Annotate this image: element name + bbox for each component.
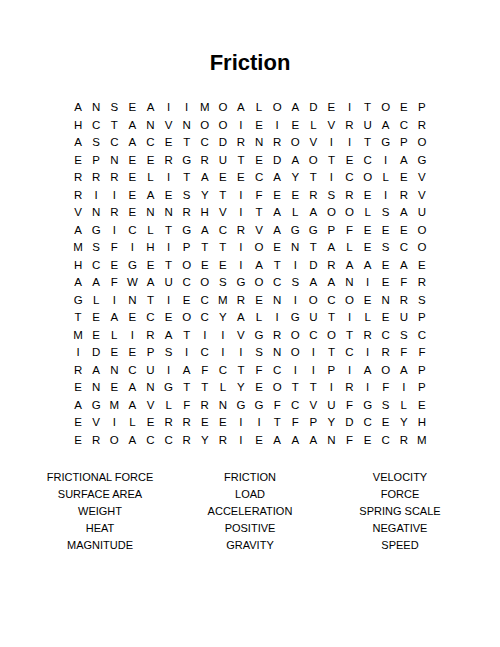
grid-cell: A	[87, 274, 105, 292]
grid-cell: N	[250, 134, 268, 152]
grid-cell: P	[141, 344, 159, 362]
grid-cell: Y	[232, 379, 250, 397]
grid-cell: R	[141, 327, 159, 345]
grid-cell: A	[395, 257, 413, 275]
grid-cell: P	[395, 134, 413, 152]
grid-cell: A	[69, 397, 87, 415]
grid-cell: I	[377, 152, 395, 170]
grid-cell: A	[123, 397, 141, 415]
grid-cell: G	[286, 222, 304, 240]
grid-cell: A	[123, 117, 141, 135]
grid-cell: G	[413, 152, 431, 170]
grid-cell: I	[232, 414, 250, 432]
grid-cell: R	[105, 204, 123, 222]
grid-cell: A	[359, 362, 377, 380]
grid-cell: A	[268, 432, 286, 450]
grid-cell: A	[395, 152, 413, 170]
grid-cell: A	[286, 432, 304, 450]
grid-cell: M	[69, 239, 87, 257]
grid-cell: E	[250, 117, 268, 135]
grid-cell: I	[340, 362, 358, 380]
grid-cell: F	[178, 397, 196, 415]
grid-cell: L	[160, 397, 178, 415]
grid-cell: M	[413, 432, 431, 450]
grid-cell: T	[250, 204, 268, 222]
grid-cell: E	[268, 239, 286, 257]
grid-cell: E	[395, 222, 413, 240]
grid-cell: R	[232, 222, 250, 240]
grid-cell: F	[340, 397, 358, 415]
grid-cell: R	[232, 134, 250, 152]
grid-cell: A	[69, 99, 87, 117]
grid-cell: Y	[196, 187, 214, 205]
grid-cell: E	[359, 432, 377, 450]
grid-cell: H	[413, 414, 431, 432]
grid-cell: S	[377, 239, 395, 257]
grid-cell: S	[250, 344, 268, 362]
grid-cell: E	[196, 414, 214, 432]
grid-cell: P	[322, 222, 340, 240]
grid-cell: S	[105, 99, 123, 117]
grid-cell: N	[105, 362, 123, 380]
grid-cell: U	[160, 274, 178, 292]
grid-cell: L	[250, 99, 268, 117]
grid-cell: T	[141, 292, 159, 310]
grid-cell: I	[178, 344, 196, 362]
grid-cell: A	[141, 187, 159, 205]
grid-cell: C	[196, 309, 214, 327]
grid-cell: E	[123, 152, 141, 170]
grid-cell: T	[105, 117, 123, 135]
grid-cell: I	[359, 379, 377, 397]
grid-cell: E	[377, 309, 395, 327]
grid-cell: A	[322, 239, 340, 257]
grid-cell: C	[87, 257, 105, 275]
grid-cell: E	[377, 257, 395, 275]
grid-cell: F	[286, 414, 304, 432]
grid-cell: E	[160, 134, 178, 152]
grid-cell: V	[69, 204, 87, 222]
grid-cell: T	[322, 309, 340, 327]
grid-cell: I	[232, 239, 250, 257]
grid-cell: E	[359, 222, 377, 240]
grid-cell: A	[141, 274, 159, 292]
grid-cell: F	[413, 344, 431, 362]
grid-cell: Y	[322, 414, 340, 432]
grid-cell: F	[268, 397, 286, 415]
grid-cell: G	[304, 222, 322, 240]
grid-cell: S	[214, 274, 232, 292]
grid-cell: W	[123, 274, 141, 292]
grid-cell: V	[413, 187, 431, 205]
grid-cell: I	[359, 274, 377, 292]
grid-cell: O	[359, 169, 377, 187]
grid-cell: R	[232, 292, 250, 310]
grid-cell: E	[87, 327, 105, 345]
grid-cell: M	[214, 292, 232, 310]
grid-cell: N	[141, 379, 159, 397]
grid-cell: O	[178, 309, 196, 327]
grid-cell: O	[196, 117, 214, 135]
grid-cell: I	[359, 344, 377, 362]
grid-cell: C	[87, 117, 105, 135]
grid-cell: N	[123, 292, 141, 310]
grid-cell: S	[160, 344, 178, 362]
word-column: FRICTIONLOADACCELERATIONPOSITIVEGRAVITY	[175, 469, 325, 554]
grid-cell: G	[286, 309, 304, 327]
grid-cell: I	[395, 379, 413, 397]
grid-cell: R	[340, 117, 358, 135]
grid-cell: L	[286, 204, 304, 222]
grid-cell: D	[304, 257, 322, 275]
grid-cell: E	[105, 257, 123, 275]
grid-cell: I	[196, 327, 214, 345]
grid-cell: F	[340, 222, 358, 240]
grid-cell: E	[413, 257, 431, 275]
grid-cell: T	[232, 152, 250, 170]
grid-cell: R	[196, 397, 214, 415]
grid-cell: P	[413, 99, 431, 117]
grid-cell: C	[141, 432, 159, 450]
grid-cell: U	[141, 362, 159, 380]
grid-cell: N	[105, 152, 123, 170]
grid-cell: I	[214, 344, 232, 362]
grid-cell: C	[196, 134, 214, 152]
grid-cell: C	[413, 327, 431, 345]
word-item: MAGNITUDE	[67, 537, 133, 554]
grid-cell: I	[123, 327, 141, 345]
grid-cell: T	[304, 169, 322, 187]
grid-cell: L	[340, 239, 358, 257]
grid-cell: I	[160, 292, 178, 310]
grid-cell: G	[160, 379, 178, 397]
grid-cell: C	[160, 432, 178, 450]
grid-cell: V	[141, 397, 159, 415]
grid-cell: E	[123, 309, 141, 327]
grid-cell: I	[268, 309, 286, 327]
word-item: FRICTION	[224, 469, 276, 486]
grid-cell: C	[141, 134, 159, 152]
grid-cell: T	[304, 239, 322, 257]
grid-cell: C	[141, 309, 159, 327]
grid-cell: V	[322, 117, 340, 135]
grid-cell: O	[286, 327, 304, 345]
grid-cell: U	[413, 204, 431, 222]
grid-cell: L	[359, 309, 377, 327]
grid-cell: E	[214, 257, 232, 275]
page-title: Friction	[0, 50, 500, 76]
grid-cell: A	[160, 327, 178, 345]
grid-cell: A	[359, 257, 377, 275]
word-item: ACCELERATION	[208, 503, 293, 520]
grid-cell: O	[413, 239, 431, 257]
grid-cell: R	[413, 274, 431, 292]
grid-cell: G	[178, 152, 196, 170]
grid-cell: V	[160, 117, 178, 135]
grid-cell: O	[250, 274, 268, 292]
grid-cell: C	[322, 292, 340, 310]
grid-cell: R	[377, 344, 395, 362]
grid-cell: E	[359, 187, 377, 205]
grid-cell: I	[105, 222, 123, 240]
word-search-worksheet: Friction ANSEAIIMOALOADEITOEPHCTANVNOOIE…	[0, 0, 500, 647]
grid-cell: I	[322, 379, 340, 397]
grid-cell: E	[123, 187, 141, 205]
grid-cell: I	[232, 117, 250, 135]
grid-cell: C	[395, 239, 413, 257]
grid-cell: L	[377, 169, 395, 187]
grid-cell: E	[359, 239, 377, 257]
grid-cell: O	[286, 134, 304, 152]
grid-cell: O	[304, 292, 322, 310]
grid-cell: T	[322, 152, 340, 170]
grid-cell: E	[141, 257, 159, 275]
word-item: SPRING SCALE	[359, 503, 440, 520]
grid-cell: F	[340, 432, 358, 450]
grid-cell: T	[160, 257, 178, 275]
grid-cell: I	[123, 239, 141, 257]
grid-cell: R	[196, 152, 214, 170]
grid-cell: M	[69, 327, 87, 345]
grid-cell: T	[268, 414, 286, 432]
grid-cell: R	[214, 432, 232, 450]
grid-cell: R	[395, 187, 413, 205]
grid-cell: I	[304, 344, 322, 362]
word-item: FORCE	[381, 486, 420, 503]
grid-cell: O	[105, 432, 123, 450]
grid-cell: Y	[286, 169, 304, 187]
grid-cell: T	[214, 239, 232, 257]
grid-cell: E	[214, 169, 232, 187]
grid-cell: A	[178, 362, 196, 380]
grid-cell: E	[123, 204, 141, 222]
grid-cell: A	[123, 432, 141, 450]
grid-cell: O	[377, 362, 395, 380]
grid-cell: T	[178, 379, 196, 397]
grid-cell: G	[123, 257, 141, 275]
grid-cell: I	[232, 187, 250, 205]
grid-cell: I	[105, 292, 123, 310]
grid-cell: F	[395, 274, 413, 292]
grid-cell: F	[105, 274, 123, 292]
grid-cell: C	[340, 344, 358, 362]
grid-cell: N	[87, 379, 105, 397]
grid-cell: T	[196, 239, 214, 257]
grid-cell: S	[377, 397, 395, 415]
grid-cell: V	[413, 169, 431, 187]
grid-cell: A	[395, 204, 413, 222]
grid-cell: C	[123, 222, 141, 240]
grid-cell: L	[141, 169, 159, 187]
grid-cell: E	[286, 187, 304, 205]
grid-cell: L	[304, 117, 322, 135]
grid-cell: S	[178, 187, 196, 205]
grid-cell: E	[69, 152, 87, 170]
grid-cell: G	[87, 222, 105, 240]
word-bank: FRICTIONAL FORCESURFACE AREAWEIGHTHEATMA…	[25, 469, 475, 554]
grid-cell: S	[413, 292, 431, 310]
grid-cell: E	[268, 187, 286, 205]
grid-cell: A	[340, 257, 358, 275]
grid-cell: T	[322, 344, 340, 362]
grid-cell: N	[268, 292, 286, 310]
grid-cell: Y	[196, 432, 214, 450]
grid-cell: R	[340, 379, 358, 397]
grid-cell: E	[232, 169, 250, 187]
grid-cell: C	[268, 274, 286, 292]
grid-cell: C	[377, 432, 395, 450]
grid-cell: G	[87, 397, 105, 415]
letter-grid: ANSEAIIMOALOADEITOEPHCTANVNOOIEIELVRUACR…	[69, 99, 431, 449]
grid-cell: A	[232, 99, 250, 117]
grid-cell: T	[214, 187, 232, 205]
grid-cell: N	[141, 117, 159, 135]
grid-cell: T	[268, 257, 286, 275]
grid-cell: F	[196, 362, 214, 380]
grid-cell: R	[178, 414, 196, 432]
grid-cell: R	[395, 432, 413, 450]
grid-cell: I	[232, 204, 250, 222]
grid-cell: N	[322, 432, 340, 450]
grid-cell: I	[250, 414, 268, 432]
grid-cell: A	[395, 362, 413, 380]
grid-cell: A	[304, 204, 322, 222]
grid-cell: T	[304, 379, 322, 397]
grid-cell: E	[141, 414, 159, 432]
grid-cell: A	[268, 222, 286, 240]
grid-cell: O	[322, 204, 340, 222]
word-item: HEAT	[86, 520, 115, 537]
grid-cell: C	[214, 222, 232, 240]
grid-cell: I	[377, 187, 395, 205]
grid-cell: R	[395, 292, 413, 310]
grid-cell: O	[214, 117, 232, 135]
grid-cell: N	[286, 239, 304, 257]
grid-cell: P	[413, 379, 431, 397]
grid-cell: U	[395, 309, 413, 327]
grid-cell: C	[268, 362, 286, 380]
grid-cell: C	[304, 327, 322, 345]
grid-cell: E	[69, 379, 87, 397]
grid-cell: T	[69, 309, 87, 327]
grid-cell: Y	[214, 309, 232, 327]
grid-cell: L	[214, 379, 232, 397]
word-item: POSITIVE	[225, 520, 276, 537]
grid-cell: N	[178, 117, 196, 135]
grid-cell: H	[69, 117, 87, 135]
grid-cell: N	[87, 99, 105, 117]
grid-cell: U	[359, 117, 377, 135]
grid-cell: F	[377, 379, 395, 397]
grid-cell: N	[268, 344, 286, 362]
grid-cell: A	[196, 169, 214, 187]
grid-cell: S	[87, 239, 105, 257]
grid-cell: C	[359, 152, 377, 170]
grid-cell: E	[377, 274, 395, 292]
grid-cell: A	[123, 379, 141, 397]
grid-cell: R	[340, 187, 358, 205]
grid-cell: S	[322, 187, 340, 205]
grid-cell: R	[160, 414, 178, 432]
grid-cell: P	[322, 362, 340, 380]
grid-cell: C	[395, 117, 413, 135]
grid-cell: O	[250, 239, 268, 257]
grid-cell: E	[377, 414, 395, 432]
grid-cell: E	[395, 99, 413, 117]
grid-cell: C	[250, 169, 268, 187]
grid-cell: A	[69, 274, 87, 292]
grid-cell: L	[395, 397, 413, 415]
grid-cell: T	[196, 379, 214, 397]
grid-cell: I	[322, 134, 340, 152]
grid-cell: G	[359, 397, 377, 415]
grid-cell: I	[69, 344, 87, 362]
grid-cell: A	[105, 309, 123, 327]
grid-cell: O	[413, 222, 431, 240]
grid-cell: N	[87, 204, 105, 222]
grid-cell: O	[340, 292, 358, 310]
grid-cell: G	[178, 222, 196, 240]
grid-cell: G	[232, 397, 250, 415]
grid-cell: D	[87, 344, 105, 362]
grid-cell: V	[214, 204, 232, 222]
grid-cell: T	[340, 327, 358, 345]
grid-cell: I	[340, 134, 358, 152]
grid-cell: V	[304, 397, 322, 415]
word-item: VELOCITY	[373, 469, 427, 486]
grid-cell: R	[304, 187, 322, 205]
grid-cell: E	[250, 432, 268, 450]
grid-cell: I	[304, 362, 322, 380]
grid-cell: A	[250, 257, 268, 275]
word-column: VELOCITYFORCESPRING SCALENEGATIVESPEED	[325, 469, 475, 554]
grid-cell: T	[178, 134, 196, 152]
grid-cell: I	[340, 99, 358, 117]
grid-cell: A	[87, 362, 105, 380]
grid-cell: E	[214, 414, 232, 432]
grid-cell: I	[232, 432, 250, 450]
grid-cell: A	[69, 134, 87, 152]
grid-cell: A	[123, 134, 141, 152]
grid-cell: O	[304, 152, 322, 170]
grid-cell: N	[214, 397, 232, 415]
grid-cell: A	[141, 99, 159, 117]
grid-cell: U	[322, 397, 340, 415]
grid-cell: E	[413, 397, 431, 415]
grid-cell: E	[322, 99, 340, 117]
grid-cell: L	[250, 309, 268, 327]
grid-cell: F	[250, 362, 268, 380]
grid-cell: N	[141, 204, 159, 222]
grid-cell: E	[160, 187, 178, 205]
grid-cell: E	[286, 117, 304, 135]
grid-cell: L	[87, 292, 105, 310]
grid-cell: T	[178, 169, 196, 187]
word-item: SURFACE AREA	[58, 486, 142, 503]
grid-cell: A	[304, 432, 322, 450]
grid-cell: V	[232, 327, 250, 345]
word-item: LOAD	[235, 486, 265, 503]
grid-cell: T	[359, 99, 377, 117]
word-item: NEGATIVE	[373, 520, 428, 537]
grid-cell: R	[178, 204, 196, 222]
grid-cell: R	[268, 134, 286, 152]
grid-cell: V	[304, 134, 322, 152]
grid-cell: O	[377, 99, 395, 117]
grid-cell: U	[304, 309, 322, 327]
grid-cell: O	[413, 134, 431, 152]
grid-cell: S	[286, 274, 304, 292]
